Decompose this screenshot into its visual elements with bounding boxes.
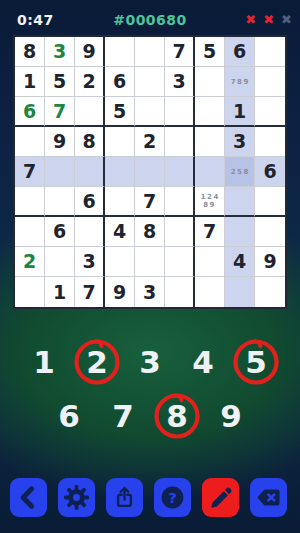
question-icon: ? (159, 484, 186, 511)
cell-r2c6[interactable]: 3 (165, 67, 195, 97)
cell-r6c2[interactable] (45, 187, 75, 217)
cell-r1c9[interactable] (255, 37, 285, 67)
sudoku-grid: 83975615263789675198237258667124 8964872… (15, 37, 285, 307)
numpad-digit: 7 (112, 401, 134, 432)
pencil-button[interactable] (202, 478, 239, 517)
cell-r4c8[interactable]: 3 (225, 127, 255, 157)
top-bar: 0:47 #000680 ✖✖✖ (0, 10, 300, 32)
number-pad: 12345 6789 (0, 339, 300, 447)
cell-r3c9[interactable] (255, 97, 285, 127)
numpad-digit: 4 (192, 347, 214, 378)
cell-r2c5[interactable] (135, 67, 165, 97)
cell-r5c1[interactable]: 7 (15, 157, 45, 187)
cell-r3c5[interactable] (135, 97, 165, 127)
cell-r9c6[interactable] (165, 277, 195, 307)
cell-r3c6[interactable] (165, 97, 195, 127)
cell-value: 9 (82, 42, 95, 61)
cell-r8c9[interactable]: 9 (255, 247, 285, 277)
cell-r5c5[interactable] (135, 157, 165, 187)
cell-r1c1[interactable]: 8 (15, 37, 45, 67)
numpad-digit: 3 (139, 347, 161, 378)
pencil-marks: 258 (229, 168, 250, 176)
cell-value: 4 (233, 252, 246, 271)
sudoku-board: 83975615263789675198237258667124 8964872… (13, 35, 287, 309)
cell-r9c2[interactable]: 1 (45, 277, 75, 307)
numpad-1[interactable]: 1 (24, 339, 64, 385)
cell-r5c8[interactable]: 258 (225, 157, 255, 187)
cell-r4c5[interactable]: 2 (135, 127, 165, 157)
cell-r7c9[interactable] (255, 217, 285, 247)
numpad-digit: 5 (245, 347, 267, 378)
cell-r9c4[interactable]: 9 (105, 277, 135, 307)
cell-r6c1[interactable] (15, 187, 45, 217)
numpad-7[interactable]: 7 (103, 393, 143, 439)
backspace-icon (255, 484, 282, 511)
cell-r7c2[interactable]: 6 (45, 217, 75, 247)
cell-r3c2[interactable]: 7 (45, 97, 75, 127)
cell-r8c5[interactable] (135, 247, 165, 277)
cell-r4c3[interactable]: 8 (75, 127, 105, 157)
numpad-digit: 8 (166, 401, 188, 432)
cell-value: 2 (23, 252, 36, 271)
cell-r3c8[interactable]: 1 (225, 97, 255, 127)
chevron-left-icon (15, 484, 42, 511)
cell-r4c4[interactable] (105, 127, 135, 157)
pencil-marks: 789 (229, 78, 250, 86)
cell-r5c4[interactable] (105, 157, 135, 187)
cell-r3c1[interactable]: 6 (15, 97, 45, 127)
numpad-digit: 1 (33, 347, 55, 378)
cell-value: 2 (82, 72, 95, 91)
cell-value: 1 (53, 283, 66, 302)
cell-r2c1[interactable]: 1 (15, 67, 45, 97)
cell-r1c3[interactable]: 9 (75, 37, 105, 67)
cell-r3c7[interactable] (195, 97, 225, 127)
cell-r6c7[interactable]: 124 89 (195, 187, 225, 217)
settings-button[interactable] (58, 478, 95, 517)
erase-button[interactable] (250, 478, 287, 517)
cell-value: 3 (143, 283, 156, 302)
share-button[interactable] (106, 478, 143, 517)
numpad-9[interactable]: 9 (211, 393, 251, 439)
cell-r1c7[interactable]: 5 (195, 37, 225, 67)
cell-value: 8 (23, 42, 36, 61)
cell-r5c3[interactable] (75, 157, 105, 187)
cell-value: 7 (203, 222, 216, 241)
cell-value: 3 (53, 42, 66, 61)
gear-icon (63, 484, 90, 511)
cell-r4c6[interactable] (165, 127, 195, 157)
cell-r5c9[interactable]: 6 (255, 157, 285, 187)
cell-r4c7[interactable] (195, 127, 225, 157)
cell-r4c9[interactable] (255, 127, 285, 157)
cell-r6c6[interactable] (165, 187, 195, 217)
cell-value: 7 (82, 283, 95, 302)
cell-r1c4[interactable] (105, 37, 135, 67)
cell-r8c8[interactable]: 4 (225, 247, 255, 277)
cell-value: 7 (53, 102, 66, 121)
cell-r7c6[interactable] (165, 217, 195, 247)
cell-r9c9[interactable] (255, 277, 285, 307)
cell-value: 8 (143, 222, 156, 241)
cell-value: 5 (113, 102, 126, 121)
numpad-digit: 2 (86, 347, 108, 378)
cell-r6c4[interactable] (105, 187, 135, 217)
cell-r7c8[interactable] (225, 217, 255, 247)
cell-r6c5[interactable]: 7 (135, 187, 165, 217)
cell-value: 1 (233, 102, 246, 121)
cell-r6c9[interactable] (255, 187, 285, 217)
cell-r8c3[interactable]: 3 (75, 247, 105, 277)
cell-r7c4[interactable]: 4 (105, 217, 135, 247)
cell-value: 7 (23, 162, 36, 181)
numpad-row-2: 6789 (0, 393, 300, 443)
cell-r1c8[interactable]: 6 (225, 37, 255, 67)
cell-r1c5[interactable] (135, 37, 165, 67)
mistake-icon: ✖ (281, 12, 292, 28)
cell-r2c7[interactable] (195, 67, 225, 97)
cell-value: 5 (53, 72, 66, 91)
cell-value: 1 (23, 72, 36, 91)
cell-r5c7[interactable] (195, 157, 225, 187)
numpad-5[interactable]: 5 (236, 339, 276, 385)
cell-r8c1[interactable]: 2 (15, 247, 45, 277)
cell-r2c9[interactable] (255, 67, 285, 97)
cell-value: 6 (23, 102, 36, 121)
cell-r9c7[interactable] (195, 277, 225, 307)
cell-r8c2[interactable] (45, 247, 75, 277)
numpad-8[interactable]: 8 (157, 393, 197, 439)
cell-r6c8[interactable] (225, 187, 255, 217)
sudoku-app: 0:47 #000680 ✖✖✖ 83975615263789675198237… (0, 0, 300, 533)
mistake-icon: ✖ (263, 12, 274, 28)
numpad-2[interactable]: 2 (77, 339, 117, 385)
help-button[interactable]: ? (154, 478, 191, 517)
cell-r7c7[interactable]: 7 (195, 217, 225, 247)
cell-value: 5 (203, 42, 216, 61)
share-icon (111, 484, 138, 511)
cell-r8c7[interactable] (195, 247, 225, 277)
numpad-3[interactable]: 3 (130, 339, 170, 385)
cell-value: 6 (113, 72, 126, 91)
cell-value: 3 (172, 72, 185, 91)
cell-r1c6[interactable]: 7 (165, 37, 195, 67)
cell-r9c5[interactable]: 3 (135, 277, 165, 307)
cell-r1c2[interactable]: 3 (45, 37, 75, 67)
cell-r8c6[interactable] (165, 247, 195, 277)
cell-r9c8[interactable] (225, 277, 255, 307)
cell-r9c3[interactable]: 7 (75, 277, 105, 307)
cell-value: 8 (82, 132, 95, 151)
numpad-digit: 6 (58, 401, 80, 432)
cell-r8c4[interactable] (105, 247, 135, 277)
cell-value: 6 (263, 162, 276, 181)
cell-r2c3[interactable]: 2 (75, 67, 105, 97)
cell-r7c3[interactable] (75, 217, 105, 247)
cell-value: 9 (263, 252, 276, 271)
cell-r4c2[interactable]: 9 (45, 127, 75, 157)
cell-value: 2 (143, 132, 156, 151)
numpad-6[interactable]: 6 (49, 393, 89, 439)
cell-r7c5[interactable]: 8 (135, 217, 165, 247)
cell-r4c1[interactable] (15, 127, 45, 157)
cell-r5c6[interactable] (165, 157, 195, 187)
cell-r5c2[interactable] (45, 157, 75, 187)
pencil-marks: 124 89 (199, 193, 220, 209)
cell-value: 7 (172, 42, 185, 61)
mistake-icon: ✖ (245, 12, 256, 28)
toolbar: ? (10, 478, 287, 517)
back-button[interactable] (10, 478, 47, 517)
cell-r7c1[interactable] (15, 217, 45, 247)
cell-value: 9 (113, 283, 126, 302)
cell-r2c4[interactable]: 6 (105, 67, 135, 97)
numpad-4[interactable]: 4 (183, 339, 223, 385)
cell-value: 9 (53, 132, 66, 151)
cell-r2c8[interactable]: 789 (225, 67, 255, 97)
cell-r9c1[interactable] (15, 277, 45, 307)
cell-value: 6 (82, 192, 95, 211)
cell-value: 4 (113, 222, 126, 241)
cell-r3c3[interactable] (75, 97, 105, 127)
cell-r6c3[interactable]: 6 (75, 187, 105, 217)
cell-r3c4[interactable]: 5 (105, 97, 135, 127)
cell-value: 3 (233, 132, 246, 151)
numpad-digit: 9 (220, 401, 242, 432)
cell-value: 6 (53, 222, 66, 241)
cell-r2c2[interactable]: 5 (45, 67, 75, 97)
cell-value: 6 (233, 42, 246, 61)
pencil-icon (207, 484, 234, 511)
cell-value: 7 (143, 192, 156, 211)
numpad-row-1: 12345 (0, 339, 300, 389)
svg-text:?: ? (168, 489, 176, 506)
cell-value: 3 (82, 252, 95, 271)
mistakes-indicator: ✖✖✖ (245, 12, 292, 28)
